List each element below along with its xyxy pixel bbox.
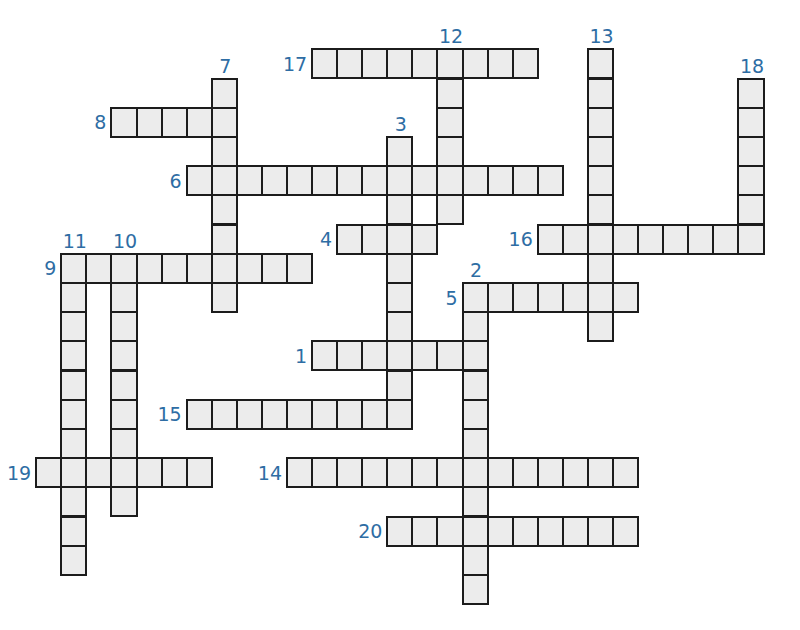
cell[interactable] — [587, 194, 614, 225]
cell[interactable] — [386, 136, 413, 167]
cell[interactable] — [211, 165, 238, 196]
cell[interactable] — [336, 340, 363, 371]
cell[interactable] — [462, 516, 489, 547]
cell[interactable] — [462, 48, 489, 79]
clue-number-10-down: 10 — [113, 232, 137, 251]
cell[interactable] — [60, 428, 87, 459]
cell[interactable] — [311, 457, 338, 488]
cell[interactable] — [336, 48, 363, 79]
cell[interactable] — [311, 48, 338, 79]
cell[interactable] — [462, 370, 489, 401]
cell[interactable] — [386, 516, 413, 547]
cell[interactable] — [186, 165, 213, 196]
cell[interactable] — [411, 457, 438, 488]
cell[interactable] — [587, 48, 614, 79]
clue-number-7-down: 7 — [219, 57, 231, 76]
cell[interactable] — [462, 165, 489, 196]
cell[interactable] — [487, 48, 514, 79]
cell[interactable] — [211, 107, 238, 138]
cell[interactable] — [436, 194, 463, 225]
cell[interactable] — [612, 457, 639, 488]
cell[interactable] — [512, 48, 539, 79]
cell[interactable] — [386, 399, 413, 430]
cell[interactable] — [286, 457, 313, 488]
cell[interactable] — [587, 282, 614, 313]
cell[interactable] — [436, 107, 463, 138]
cell[interactable] — [737, 194, 764, 225]
clue-number-18-down: 18 — [740, 57, 764, 76]
cell[interactable] — [110, 311, 137, 342]
cell[interactable] — [110, 486, 137, 517]
cell[interactable] — [737, 224, 764, 255]
cell[interactable] — [211, 136, 238, 167]
clue-number-2-down: 2 — [470, 261, 482, 280]
cell[interactable] — [110, 282, 137, 313]
cell[interactable] — [286, 399, 313, 430]
cell[interactable] — [311, 165, 338, 196]
cell[interactable] — [261, 399, 288, 430]
cell[interactable] — [211, 78, 238, 109]
cell[interactable] — [737, 136, 764, 167]
cell[interactable] — [462, 399, 489, 430]
cell[interactable] — [286, 253, 313, 284]
cell[interactable] — [612, 224, 639, 255]
cell[interactable] — [386, 165, 413, 196]
cell[interactable] — [662, 224, 689, 255]
cell[interactable] — [411, 340, 438, 371]
cell[interactable] — [537, 282, 564, 313]
cell[interactable] — [236, 253, 263, 284]
cell[interactable] — [136, 253, 163, 284]
cell[interactable] — [60, 457, 87, 488]
cell[interactable] — [612, 516, 639, 547]
cell[interactable] — [110, 340, 137, 371]
cell[interactable] — [386, 457, 413, 488]
cell[interactable] — [587, 165, 614, 196]
cell[interactable] — [587, 457, 614, 488]
clue-number-9-across: 9 — [44, 259, 56, 278]
cell[interactable] — [161, 253, 188, 284]
cell[interactable] — [186, 253, 213, 284]
cell[interactable] — [211, 399, 238, 430]
cell[interactable] — [311, 399, 338, 430]
cell[interactable] — [361, 340, 388, 371]
clue-number-5-across: 5 — [445, 288, 457, 307]
cell[interactable] — [537, 224, 564, 255]
cell[interactable] — [60, 282, 87, 313]
cell[interactable] — [487, 457, 514, 488]
clue-number-8-across: 8 — [94, 113, 106, 132]
cell[interactable] — [712, 224, 739, 255]
cell[interactable] — [336, 457, 363, 488]
cell[interactable] — [60, 340, 87, 371]
cell[interactable] — [462, 574, 489, 605]
cell[interactable] — [60, 486, 87, 517]
cell[interactable] — [512, 165, 539, 196]
cell[interactable] — [186, 399, 213, 430]
cell[interactable] — [60, 253, 87, 284]
cell[interactable] — [261, 165, 288, 196]
cell[interactable] — [85, 253, 112, 284]
cell[interactable] — [487, 165, 514, 196]
cell[interactable] — [411, 224, 438, 255]
cell[interactable] — [436, 340, 463, 371]
cell[interactable] — [35, 457, 62, 488]
cell[interactable] — [85, 457, 112, 488]
cell[interactable] — [361, 48, 388, 79]
cell[interactable] — [211, 253, 238, 284]
cell[interactable] — [361, 457, 388, 488]
cell[interactable] — [186, 457, 213, 488]
cell[interactable] — [462, 340, 489, 371]
cell[interactable] — [537, 516, 564, 547]
cell[interactable] — [60, 516, 87, 547]
cell[interactable] — [386, 194, 413, 225]
cell[interactable] — [336, 399, 363, 430]
cell[interactable] — [436, 457, 463, 488]
cell[interactable] — [361, 224, 388, 255]
cell[interactable] — [637, 224, 664, 255]
clue-number-14-across: 14 — [258, 463, 282, 482]
cell[interactable] — [462, 545, 489, 576]
cell[interactable] — [386, 48, 413, 79]
cell[interactable] — [60, 399, 87, 430]
cell[interactable] — [386, 282, 413, 313]
cell[interactable] — [436, 48, 463, 79]
cell[interactable] — [110, 428, 137, 459]
cell[interactable] — [587, 311, 614, 342]
cell[interactable] — [562, 282, 589, 313]
cell[interactable] — [110, 107, 137, 138]
cell[interactable] — [136, 457, 163, 488]
cell[interactable] — [211, 224, 238, 255]
cell[interactable] — [587, 78, 614, 109]
cell[interactable] — [462, 282, 489, 313]
clue-number-20-across: 20 — [358, 522, 382, 541]
cell[interactable] — [462, 428, 489, 459]
cell[interactable] — [286, 165, 313, 196]
cell[interactable] — [587, 224, 614, 255]
cell[interactable] — [361, 165, 388, 196]
cell[interactable] — [612, 282, 639, 313]
cell[interactable] — [186, 107, 213, 138]
cell[interactable] — [336, 165, 363, 196]
cell[interactable] — [236, 399, 263, 430]
cell[interactable] — [487, 282, 514, 313]
cell[interactable] — [386, 253, 413, 284]
cell[interactable] — [261, 253, 288, 284]
cell[interactable] — [211, 194, 238, 225]
cell[interactable] — [336, 224, 363, 255]
cell[interactable] — [512, 516, 539, 547]
clue-number-1-across: 1 — [295, 346, 307, 365]
cell[interactable] — [737, 107, 764, 138]
cell[interactable] — [236, 165, 263, 196]
cell[interactable] — [386, 311, 413, 342]
clue-number-15-across: 15 — [157, 405, 181, 424]
cell[interactable] — [487, 516, 514, 547]
cell[interactable] — [512, 457, 539, 488]
cell[interactable] — [110, 399, 137, 430]
cell[interactable] — [562, 516, 589, 547]
cell[interactable] — [211, 282, 238, 313]
cell[interactable] — [462, 486, 489, 517]
cell[interactable] — [136, 107, 163, 138]
cell[interactable] — [110, 253, 137, 284]
clue-number-3-down: 3 — [395, 115, 407, 134]
cell[interactable] — [60, 311, 87, 342]
cell[interactable] — [411, 48, 438, 79]
cell[interactable] — [386, 370, 413, 401]
clue-number-17-across: 17 — [283, 54, 307, 73]
cell[interactable] — [311, 340, 338, 371]
cell[interactable] — [537, 165, 564, 196]
clue-number-16-across: 16 — [509, 230, 533, 249]
cell[interactable] — [436, 136, 463, 167]
cell[interactable] — [411, 165, 438, 196]
cell[interactable] — [161, 107, 188, 138]
cell[interactable] — [687, 224, 714, 255]
cell[interactable] — [361, 399, 388, 430]
cell[interactable] — [537, 457, 564, 488]
clue-number-12-down: 12 — [439, 27, 463, 46]
cell[interactable] — [436, 78, 463, 109]
clue-number-19-across: 19 — [7, 463, 31, 482]
clue-number-11-down: 11 — [63, 232, 87, 251]
clue-number-13-down: 13 — [589, 27, 613, 46]
cell[interactable] — [436, 165, 463, 196]
cell[interactable] — [436, 516, 463, 547]
cell[interactable] — [512, 282, 539, 313]
cell[interactable] — [587, 136, 614, 167]
cell[interactable] — [411, 516, 438, 547]
cell[interactable] — [60, 545, 87, 576]
cell[interactable] — [737, 78, 764, 109]
cell[interactable] — [462, 311, 489, 342]
cell[interactable] — [562, 457, 589, 488]
crossword-board: 1234567891011121314151617181920 — [0, 0, 800, 630]
cell[interactable] — [161, 457, 188, 488]
clue-number-4-across: 4 — [320, 230, 332, 249]
cell[interactable] — [562, 224, 589, 255]
cell[interactable] — [587, 107, 614, 138]
cell[interactable] — [60, 370, 87, 401]
cell[interactable] — [110, 370, 137, 401]
cell[interactable] — [386, 340, 413, 371]
cell[interactable] — [737, 165, 764, 196]
cell[interactable] — [587, 253, 614, 284]
clue-number-6-across: 6 — [170, 171, 182, 190]
cell[interactable] — [386, 224, 413, 255]
cell[interactable] — [587, 516, 614, 547]
cell[interactable] — [110, 457, 137, 488]
cell[interactable] — [462, 457, 489, 488]
